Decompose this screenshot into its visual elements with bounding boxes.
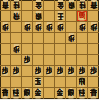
square-5d[interactable] xyxy=(44,33,55,44)
piece-promoted-sente[interactable]: 馬 xyxy=(78,11,87,21)
piece-pawn-gote[interactable]: 歩 xyxy=(1,22,10,32)
piece-pawn-sente[interactable]: 歩 xyxy=(78,66,87,76)
piece-lance-sente[interactable]: 香 xyxy=(89,88,99,99)
piece-king-gote[interactable]: 王 xyxy=(56,11,65,21)
square-6b[interactable]: 銀 xyxy=(33,11,44,22)
square-2f[interactable] xyxy=(77,55,88,66)
square-9e[interactable] xyxy=(0,44,11,55)
square-2h[interactable]: 飛 xyxy=(77,77,88,88)
square-6c[interactable]: 歩 xyxy=(33,22,44,33)
square-7c[interactable]: 歩 xyxy=(22,22,33,33)
square-8b[interactable]: 飛 xyxy=(11,11,22,22)
square-7e[interactable] xyxy=(22,44,33,55)
piece-rook-sente[interactable]: 飛 xyxy=(78,77,87,87)
square-8g[interactable]: 歩 xyxy=(11,66,22,77)
square-9d[interactable] xyxy=(0,33,11,44)
square-9g[interactable]: 歩 xyxy=(0,66,11,77)
shogi-board: 香桂金金銀桂香飛銀王馬歩歩歩歩歩歩歩歩歩歩歩歩歩歩歩歩歩歩玉飛香桂銀金金銀桂香 xyxy=(0,0,99,99)
square-5a[interactable] xyxy=(44,0,55,11)
square-1e[interactable] xyxy=(88,44,99,55)
piece-silver-gote[interactable]: 銀 xyxy=(34,11,43,21)
square-5c[interactable]: 歩 xyxy=(44,22,55,33)
piece-gold-sente[interactable]: 金 xyxy=(56,88,65,99)
piece-pawn-gote[interactable]: 歩 xyxy=(45,22,54,32)
piece-silver-sente[interactable]: 銀 xyxy=(23,88,32,99)
piece-pawn-gote[interactable]: 歩 xyxy=(23,22,32,32)
square-3a[interactable]: 銀 xyxy=(66,0,77,11)
piece-pawn-sente[interactable]: 歩 xyxy=(56,66,65,76)
square-8h[interactable] xyxy=(11,77,22,88)
square-4h[interactable] xyxy=(55,77,66,88)
piece-knight-gote[interactable]: 桂 xyxy=(78,0,87,10)
piece-lance-gote[interactable]: 香 xyxy=(1,0,10,10)
piece-king-sente[interactable]: 玉 xyxy=(34,77,43,87)
square-6f[interactable] xyxy=(33,55,44,66)
square-1g[interactable]: 歩 xyxy=(88,66,99,77)
square-7h[interactable] xyxy=(22,77,33,88)
square-8e[interactable]: 歩 xyxy=(11,44,22,55)
square-8a[interactable]: 桂 xyxy=(11,0,22,11)
piece-lance-gote[interactable]: 香 xyxy=(89,0,99,10)
square-5f[interactable] xyxy=(44,55,55,66)
square-7d[interactable] xyxy=(22,33,33,44)
piece-pawn-sente[interactable]: 歩 xyxy=(67,66,76,76)
square-2a[interactable]: 桂 xyxy=(77,0,88,11)
square-8d[interactable] xyxy=(11,33,22,44)
square-9c[interactable]: 歩 xyxy=(0,22,11,33)
piece-rook-gote[interactable]: 飛 xyxy=(12,11,21,21)
square-1f[interactable] xyxy=(88,55,99,66)
square-6g[interactable]: 歩 xyxy=(33,66,44,77)
square-7g[interactable] xyxy=(22,66,33,77)
square-7f[interactable]: 歩 xyxy=(22,55,33,66)
piece-pawn-gote[interactable]: 歩 xyxy=(78,22,87,32)
square-7b[interactable] xyxy=(22,11,33,22)
square-6i[interactable]: 金 xyxy=(33,88,44,99)
square-1b[interactable] xyxy=(88,11,99,22)
square-6d[interactable] xyxy=(33,33,44,44)
piece-pawn-sente[interactable]: 歩 xyxy=(34,66,43,76)
square-3g[interactable]: 歩 xyxy=(66,66,77,77)
square-9a[interactable]: 香 xyxy=(0,0,11,11)
piece-pawn-gote[interactable]: 歩 xyxy=(67,33,76,43)
square-8i[interactable]: 桂 xyxy=(11,88,22,99)
square-1d[interactable] xyxy=(88,33,99,44)
square-3c[interactable] xyxy=(66,22,77,33)
bottom-margin xyxy=(0,99,99,100)
piece-pawn-sente[interactable]: 歩 xyxy=(45,66,54,76)
square-2b-last-move-highlight[interactable]: 馬 xyxy=(77,11,88,22)
square-9i[interactable]: 香 xyxy=(0,88,11,99)
square-3d[interactable]: 歩 xyxy=(66,33,77,44)
piece-pawn-gote[interactable]: 歩 xyxy=(56,22,65,32)
piece-lance-sente[interactable]: 香 xyxy=(1,88,10,99)
piece-pawn-gote[interactable]: 歩 xyxy=(12,44,21,54)
piece-pawn-sente[interactable]: 歩 xyxy=(23,55,32,65)
square-2c[interactable]: 歩 xyxy=(77,22,88,33)
piece-pawn-sente[interactable]: 歩 xyxy=(89,66,99,76)
square-1h[interactable] xyxy=(88,77,99,88)
square-1i[interactable]: 香 xyxy=(88,88,99,99)
piece-gold-sente[interactable]: 金 xyxy=(34,88,43,99)
square-6e[interactable] xyxy=(33,44,44,55)
square-9b[interactable] xyxy=(0,11,11,22)
square-4i[interactable]: 金 xyxy=(55,88,66,99)
square-5h[interactable] xyxy=(44,77,55,88)
square-4b[interactable]: 王 xyxy=(55,11,66,22)
square-4e[interactable] xyxy=(55,44,66,55)
square-1a[interactable]: 香 xyxy=(88,0,99,11)
piece-gold-gote[interactable]: 金 xyxy=(34,0,43,10)
piece-knight-gote[interactable]: 桂 xyxy=(12,0,21,10)
square-4f[interactable] xyxy=(55,55,66,66)
square-9h[interactable] xyxy=(0,77,11,88)
square-4g[interactable]: 歩 xyxy=(55,66,66,77)
square-3h[interactable] xyxy=(66,77,77,88)
square-2e[interactable] xyxy=(77,44,88,55)
square-3b[interactable] xyxy=(66,11,77,22)
square-6a[interactable]: 金 xyxy=(33,0,44,11)
square-5g[interactable]: 歩 xyxy=(44,66,55,77)
piece-knight-sente[interactable]: 桂 xyxy=(78,88,87,99)
square-8c[interactable] xyxy=(11,22,22,33)
square-7a[interactable] xyxy=(22,0,33,11)
square-2i[interactable]: 桂 xyxy=(77,88,88,99)
square-9f[interactable] xyxy=(0,55,11,66)
square-8f[interactable] xyxy=(11,55,22,66)
square-7i[interactable]: 銀 xyxy=(22,88,33,99)
square-3e[interactable] xyxy=(66,44,77,55)
square-5i[interactable] xyxy=(44,88,55,99)
square-3f[interactable] xyxy=(66,55,77,66)
square-4a[interactable]: 金 xyxy=(55,0,66,11)
square-5b[interactable] xyxy=(44,11,55,22)
piece-gold-gote[interactable]: 金 xyxy=(56,0,65,10)
piece-pawn-gote[interactable]: 歩 xyxy=(34,22,43,32)
piece-pawn-sente[interactable]: 歩 xyxy=(12,66,21,76)
piece-pawn-gote[interactable]: 歩 xyxy=(89,22,99,32)
square-6h[interactable]: 玉 xyxy=(33,77,44,88)
square-2g[interactable]: 歩 xyxy=(77,66,88,77)
square-4c[interactable]: 歩 xyxy=(55,22,66,33)
piece-pawn-sente[interactable]: 歩 xyxy=(1,66,10,76)
square-3i[interactable]: 銀 xyxy=(66,88,77,99)
square-1c[interactable]: 歩 xyxy=(88,22,99,33)
piece-silver-gote[interactable]: 銀 xyxy=(67,0,76,10)
square-5e[interactable] xyxy=(44,44,55,55)
piece-silver-sente[interactable]: 銀 xyxy=(67,88,76,99)
piece-knight-sente[interactable]: 桂 xyxy=(12,88,21,99)
square-4d[interactable] xyxy=(55,33,66,44)
square-2d[interactable] xyxy=(77,33,88,44)
